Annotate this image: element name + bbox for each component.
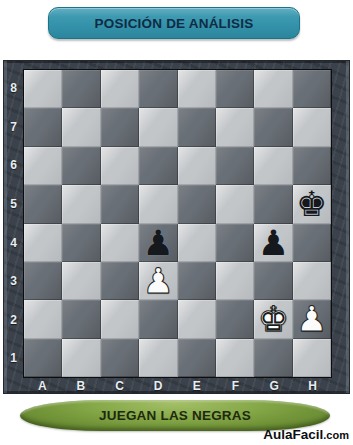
square-g5 — [254, 185, 292, 223]
square-b1 — [62, 339, 100, 377]
square-f5 — [216, 185, 254, 223]
square-h8 — [293, 70, 331, 108]
black-pawn: ♟ — [143, 224, 174, 262]
square-a8 — [24, 70, 62, 108]
square-e5 — [178, 185, 216, 223]
site-credit: AulaFacil.com — [263, 427, 349, 443]
square-e6 — [178, 147, 216, 185]
chess-board-frame: 87654321 ♚♟♟♟♚♟ ABCDEFGH — [3, 60, 350, 394]
square-h1 — [293, 339, 331, 377]
chess-board: ♚♟♟♟♚♟ — [23, 69, 332, 378]
rank-label-8: 8 — [4, 69, 23, 108]
rank-label-5: 5 — [4, 185, 23, 224]
square-b5 — [62, 185, 100, 223]
file-label-g: G — [255, 378, 294, 394]
square-a5 — [24, 185, 62, 223]
square-g6 — [254, 147, 292, 185]
square-b2 — [62, 300, 100, 338]
square-c3 — [101, 262, 139, 300]
square-f6 — [216, 147, 254, 185]
square-b7 — [62, 108, 100, 146]
square-c5 — [101, 185, 139, 223]
square-f3 — [216, 262, 254, 300]
square-d1 — [139, 339, 177, 377]
square-b4 — [62, 224, 100, 262]
rank-label-2: 2 — [4, 301, 23, 340]
square-c6 — [101, 147, 139, 185]
file-label-c: C — [100, 378, 139, 394]
rank-label-1: 1 — [4, 339, 23, 378]
white-king: ♚ — [258, 300, 289, 338]
square-h7 — [293, 108, 331, 146]
square-e2 — [178, 300, 216, 338]
square-b3 — [62, 262, 100, 300]
square-e8 — [178, 70, 216, 108]
square-a7 — [24, 108, 62, 146]
square-a6 — [24, 147, 62, 185]
turn-indicator-label: JUEGAN LAS NEGRAS — [99, 408, 251, 423]
square-c4 — [101, 224, 139, 262]
black-pawn: ♟ — [258, 224, 289, 262]
square-g7 — [254, 108, 292, 146]
square-h2: ♟ — [293, 300, 331, 338]
square-f4 — [216, 224, 254, 262]
square-d3: ♟ — [139, 262, 177, 300]
square-d2 — [139, 300, 177, 338]
white-pawn: ♟ — [143, 262, 174, 300]
analysis-title-banner: POSICIÓN DE ANÁLISIS — [48, 7, 300, 39]
square-b8 — [62, 70, 100, 108]
rank-label-6: 6 — [4, 146, 23, 185]
square-h5: ♚ — [293, 185, 331, 223]
square-g4: ♟ — [254, 224, 292, 262]
black-king: ♚ — [296, 185, 327, 223]
square-g1 — [254, 339, 292, 377]
white-pawn: ♟ — [296, 300, 327, 338]
square-h4 — [293, 224, 331, 262]
rank-label-4: 4 — [4, 223, 23, 262]
file-label-e: E — [178, 378, 217, 394]
file-label-a: A — [23, 378, 62, 394]
square-c2 — [101, 300, 139, 338]
square-d6 — [139, 147, 177, 185]
square-c8 — [101, 70, 139, 108]
square-a3 — [24, 262, 62, 300]
square-f1 — [216, 339, 254, 377]
site-credit-tld: .com — [323, 429, 349, 441]
square-e7 — [178, 108, 216, 146]
square-f7 — [216, 108, 254, 146]
square-c7 — [101, 108, 139, 146]
lesson-diagram-page: POSICIÓN DE ANÁLISIS 87654321 ♚♟♟♟♚♟ ABC… — [0, 0, 353, 445]
square-f8 — [216, 70, 254, 108]
square-d5 — [139, 185, 177, 223]
file-label-f: F — [216, 378, 255, 394]
square-g2: ♚ — [254, 300, 292, 338]
square-d4: ♟ — [139, 224, 177, 262]
square-e1 — [178, 339, 216, 377]
file-label-h: H — [293, 378, 332, 394]
square-d8 — [139, 70, 177, 108]
square-b6 — [62, 147, 100, 185]
rank-label-7: 7 — [4, 108, 23, 147]
square-f2 — [216, 300, 254, 338]
rank-labels: 87654321 — [4, 69, 23, 378]
square-g8 — [254, 70, 292, 108]
page-title: POSICIÓN DE ANÁLISIS — [95, 16, 254, 31]
square-h3 — [293, 262, 331, 300]
file-label-d: D — [139, 378, 178, 394]
square-h6 — [293, 147, 331, 185]
file-labels: ABCDEFGH — [23, 378, 332, 394]
square-a2 — [24, 300, 62, 338]
square-e3 — [178, 262, 216, 300]
square-c1 — [101, 339, 139, 377]
square-g3 — [254, 262, 292, 300]
rank-label-3: 3 — [4, 262, 23, 301]
square-a4 — [24, 224, 62, 262]
square-e4 — [178, 224, 216, 262]
square-a1 — [24, 339, 62, 377]
square-d7 — [139, 108, 177, 146]
site-credit-name: AulaFacil — [263, 427, 323, 442]
file-label-b: B — [62, 378, 101, 394]
